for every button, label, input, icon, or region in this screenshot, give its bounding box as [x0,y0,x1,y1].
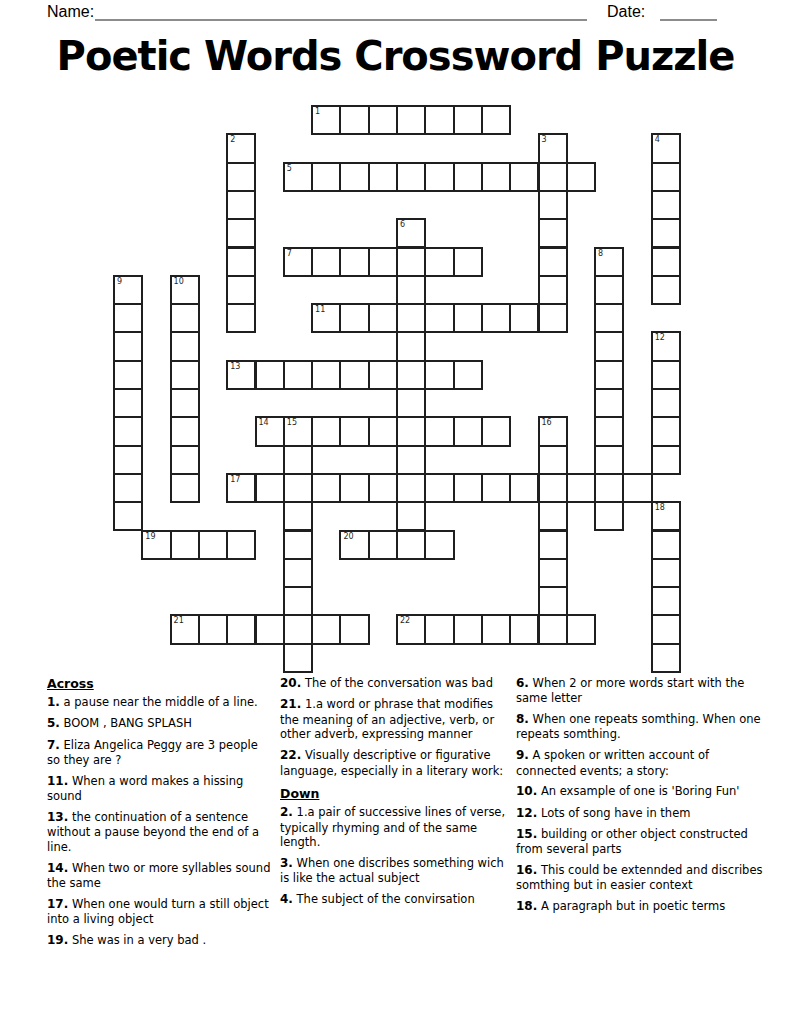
clue-down-15: 15. building or other object constructed… [516,827,768,857]
grid-cell-r7-c8[interactable] [339,303,369,333]
grid-cell-r8-c19[interactable]: 12 [651,331,681,361]
grid-cell-r15-c15[interactable] [538,530,568,560]
grid-cell-r15-c10[interactable] [396,530,426,560]
grid-cell-r2-c16[interactable] [566,162,596,192]
grid-cell-r11-c9[interactable] [368,416,398,446]
date-input-line[interactable] [660,4,717,21]
clue-across-19: 19. She was in a very bad . [47,933,273,948]
grid-cell-r15-c2[interactable] [170,530,200,560]
grid-cell-r12-c0[interactable] [113,445,143,475]
grid-cell-r14-c17[interactable] [594,501,624,531]
clue-down-6: 6. When 2 or more words start with the s… [516,676,768,706]
grid-cell-r13-c5[interactable] [255,473,285,503]
grid-cell-r11-c0[interactable] [113,416,143,446]
grid-cell-r0-c13[interactable] [481,105,511,135]
grid-cell-r5-c11[interactable] [424,247,454,277]
grid-cell-r12-c19[interactable] [651,445,681,475]
clue-number-14: 14. [47,861,68,875]
grid-cell-r9-c8[interactable] [339,360,369,390]
clue-across-5: 5. BOOM , BANG SPLASH [47,716,273,731]
grid-cell-r4-c15[interactable] [538,218,568,248]
grid-cell-r18-c5[interactable] [255,614,285,644]
grid-cell-r15-c11[interactable] [424,530,454,560]
grid-cell-r18-c14[interactable] [509,614,539,644]
grid-cell-r10-c17[interactable] [594,388,624,418]
grid-cell-r11-c19[interactable] [651,416,681,446]
cell-number-7: 7 [287,249,292,259]
grid-cell-r4-c4[interactable] [226,218,256,248]
cell-number-9: 9 [117,277,122,287]
clue-across-13: 13. the continuation of a sentence witho… [47,810,273,855]
grid-cell-r2-c6[interactable]: 5 [283,162,313,192]
grid-cell-r11-c5[interactable]: 14 [255,416,285,446]
grid-cell-r0-c12[interactable] [453,105,483,135]
clues-column-1: Across1. a pause near the middle of a li… [47,676,273,954]
grid-cell-r13-c17[interactable] [594,473,624,503]
grid-cell-r13-c14[interactable] [509,473,539,503]
grid-cell-r18-c4[interactable] [226,614,256,644]
grid-cell-r13-c12[interactable] [453,473,483,503]
grid-cell-r5-c12[interactable] [453,247,483,277]
grid-cell-r5-c9[interactable] [368,247,398,277]
grid-cell-r7-c9[interactable] [368,303,398,333]
grid-cell-r12-c2[interactable] [170,445,200,475]
grid-cell-r19-c6[interactable] [283,643,313,673]
grid-cell-r6-c4[interactable] [226,275,256,305]
grid-cell-r8-c17[interactable] [594,331,624,361]
grid-cell-r7-c13[interactable] [481,303,511,333]
grid-cell-r15-c19[interactable] [651,530,681,560]
grid-cell-r4-c10[interactable]: 6 [396,218,426,248]
clue-number-5: 5. [47,716,60,730]
clue-down-4: 4. The subject of the convirsation [280,892,512,907]
grid-cell-r8-c0[interactable] [113,331,143,361]
crossword-grid: 12345678910111213141516171819202122 [113,105,683,675]
grid-cell-r18-c19[interactable] [651,614,681,644]
grid-cell-r9-c10[interactable] [396,360,426,390]
grid-cell-r7-c15[interactable] [538,303,568,333]
clue-number-18: 18. [516,899,537,913]
grid-cell-r2-c13[interactable] [481,162,511,192]
grid-cell-r7-c14[interactable] [509,303,539,333]
grid-cell-r18-c15[interactable] [538,614,568,644]
grid-cell-r5-c10[interactable] [396,247,426,277]
clue-number-8: 8. [516,712,529,726]
clue-number-4: 4. [280,892,293,906]
grid-cell-r5-c6[interactable]: 7 [283,247,313,277]
grid-cell-r5-c4[interactable] [226,247,256,277]
clue-across-7: 7. Eliza Angelica Peggy are 3 people so … [47,738,273,768]
grid-cell-r18-c8[interactable] [339,614,369,644]
grid-cell-r15-c3[interactable] [198,530,228,560]
grid-cell-r13-c10[interactable] [396,473,426,503]
grid-cell-r7-c12[interactable] [453,303,483,333]
cell-number-3: 3 [542,135,547,145]
clue-number-17: 17. [47,897,68,911]
grid-cell-r9-c6[interactable] [283,360,313,390]
grid-cell-r18-c7[interactable] [311,614,341,644]
grid-cell-r14-c0[interactable] [113,501,143,531]
cell-number-20: 20 [343,532,353,542]
grid-cell-r17-c19[interactable] [651,586,681,616]
grid-cell-r13-c0[interactable] [113,473,143,503]
clue-number-11: 11. [47,774,68,788]
grid-cell-r4-c19[interactable] [651,218,681,248]
grid-cell-r11-c6[interactable]: 15 [283,416,313,446]
down-clues-header: Down [280,786,512,801]
grid-cell-r13-c7[interactable] [311,473,341,503]
grid-cell-r1-c15[interactable]: 3 [538,133,568,163]
cell-number-14: 14 [259,418,269,428]
clue-across-14: 14. When two or more syllables sound the… [47,861,273,891]
grid-cell-r3-c4[interactable] [226,190,256,220]
cell-number-19: 19 [145,532,155,542]
grid-cell-r2-c9[interactable] [368,162,398,192]
grid-cell-r2-c10[interactable] [396,162,426,192]
grid-cell-r14-c10[interactable] [396,501,426,531]
grid-cell-r7-c0[interactable] [113,303,143,333]
grid-cell-r11-c2[interactable] [170,416,200,446]
grid-cell-r11-c8[interactable] [339,416,369,446]
clue-number-21: 21. [280,697,301,711]
grid-cell-r5-c19[interactable] [651,247,681,277]
grid-cell-r6-c15[interactable] [538,275,568,305]
grid-cell-r10-c10[interactable] [396,388,426,418]
grid-cell-r0-c11[interactable] [424,105,454,135]
grid-cell-r2-c4[interactable] [226,162,256,192]
grid-cell-r18-c12[interactable] [453,614,483,644]
grid-cell-r5-c15[interactable] [538,247,568,277]
grid-cell-r10-c0[interactable] [113,388,143,418]
grid-cell-r1-c19[interactable]: 4 [651,133,681,163]
grid-cell-r2-c7[interactable] [311,162,341,192]
clue-across-1: 1. a pause near the middle of a line. [47,695,273,710]
grid-cell-r9-c5[interactable] [255,360,285,390]
clue-down-3: 3. When one discribes something wich is … [280,856,512,886]
clue-number-13: 13. [47,810,68,824]
grid-cell-r17-c15[interactable] [538,586,568,616]
grid-cell-r13-c2[interactable] [170,473,200,503]
grid-cell-r12-c17[interactable] [594,445,624,475]
grid-cell-r6-c10[interactable] [396,275,426,305]
grid-cell-r13-c9[interactable] [368,473,398,503]
grid-cell-r7-c11[interactable] [424,303,454,333]
grid-cell-r11-c15[interactable]: 16 [538,416,568,446]
clue-number-7: 7. [47,738,60,752]
grid-cell-r10-c2[interactable] [170,388,200,418]
clue-across-20: 20. The of the conversation was bad [280,676,512,691]
cell-number-12: 12 [655,333,665,343]
cell-number-11: 11 [315,305,325,315]
grid-cell-r13-c15[interactable] [538,473,568,503]
grid-cell-r16-c6[interactable] [283,558,313,588]
clue-number-2: 2. [280,805,293,819]
cell-number-5: 5 [287,164,292,174]
grid-cell-r18-c13[interactable] [481,614,511,644]
grid-cell-r17-c6[interactable] [283,586,313,616]
cell-number-18: 18 [655,503,665,513]
clue-number-15: 15. [516,827,537,841]
grid-cell-r0-c7[interactable]: 1 [311,105,341,135]
grid-cell-r8-c10[interactable] [396,331,426,361]
grid-cell-r14-c15[interactable] [538,501,568,531]
grid-cell-r16-c19[interactable] [651,558,681,588]
cell-number-22: 22 [400,616,410,626]
grid-cell-r6-c17[interactable] [594,275,624,305]
grid-cell-r15-c1[interactable]: 19 [141,530,171,560]
grid-cell-r5-c17[interactable]: 8 [594,247,624,277]
cell-number-4: 4 [655,135,660,145]
clue-number-16: 16. [516,863,537,877]
grid-cell-r8-c2[interactable] [170,331,200,361]
grid-cell-r11-c17[interactable] [594,416,624,446]
grid-cell-r11-c11[interactable] [424,416,454,446]
grid-cell-r18-c16[interactable] [566,614,596,644]
clue-number-10: 10. [516,784,537,798]
clue-number-3: 3. [280,856,293,870]
grid-cell-r0-c8[interactable] [339,105,369,135]
grid-cell-r18-c3[interactable] [198,614,228,644]
grid-cell-r18-c10[interactable]: 22 [396,614,426,644]
grid-cell-r9-c12[interactable] [453,360,483,390]
grid-cell-r0-c10[interactable] [396,105,426,135]
grid-cell-r16-c15[interactable] [538,558,568,588]
grid-cell-r13-c6[interactable] [283,473,313,503]
grid-cell-r18-c2[interactable]: 21 [170,614,200,644]
grid-cell-r0-c9[interactable] [368,105,398,135]
grid-cell-r2-c12[interactable] [453,162,483,192]
grid-cell-r9-c2[interactable] [170,360,200,390]
clue-number-20: 20. [280,676,301,690]
grid-cell-r11-c12[interactable] [453,416,483,446]
cell-number-15: 15 [287,418,297,428]
grid-cell-r9-c11[interactable] [424,360,454,390]
grid-cell-r5-c8[interactable] [339,247,369,277]
grid-cell-r2-c11[interactable] [424,162,454,192]
cell-number-10: 10 [174,277,184,287]
grid-cell-r15-c6[interactable] [283,530,313,560]
clue-across-21: 21. 1.a word or phrase that modifies the… [280,697,512,742]
cell-number-2: 2 [230,135,235,145]
grid-cell-r2-c8[interactable] [339,162,369,192]
clue-number-9: 9. [516,748,529,762]
clue-number-19: 19. [47,933,68,947]
clue-down-9: 9. A spoken or written account of connec… [516,748,768,778]
clue-down-12: 12. Lots of song have in them [516,806,768,821]
cell-number-6: 6 [400,220,405,230]
clue-down-8: 8. When one repeats somthing. When one r… [516,712,768,742]
grid-cell-r15-c8[interactable]: 20 [339,530,369,560]
grid-cell-r10-c19[interactable] [651,388,681,418]
grid-cell-r6-c2[interactable]: 10 [170,275,200,305]
clue-number-1: 1. [47,695,60,709]
clue-down-10: 10. An exsample of one is 'Boring Fun' [516,784,768,799]
grid-cell-r13-c16[interactable] [566,473,596,503]
cell-number-16: 16 [542,418,552,428]
cell-number-21: 21 [174,616,184,626]
grid-cell-r3-c19[interactable] [651,190,681,220]
grid-cell-r18-c11[interactable] [424,614,454,644]
grid-cell-r6-c19[interactable] [651,275,681,305]
name-label: Name: [47,3,94,21]
grid-cell-r11-c13[interactable] [481,416,511,446]
grid-cell-r15-c4[interactable] [226,530,256,560]
grid-cell-r9-c19[interactable] [651,360,681,390]
name-input-line[interactable] [95,4,587,21]
grid-cell-r9-c17[interactable] [594,360,624,390]
clue-number-22: 22. [280,748,301,762]
grid-cell-r11-c10[interactable] [396,416,426,446]
grid-cell-r12-c15[interactable] [538,445,568,475]
grid-cell-r2-c14[interactable] [509,162,539,192]
cell-number-17: 17 [230,475,240,485]
grid-cell-r13-c4[interactable]: 17 [226,473,256,503]
grid-cell-r7-c4[interactable] [226,303,256,333]
across-clues-header: Across [47,676,273,691]
grid-cell-r5-c7[interactable] [311,247,341,277]
clue-down-2: 2. 1.a pair of successive lines of verse… [280,805,512,850]
grid-cell-r9-c0[interactable] [113,360,143,390]
clue-across-11: 11. When a word makes a hissing sound [47,774,273,804]
grid-cell-r6-c0[interactable]: 9 [113,275,143,305]
grid-cell-r9-c4[interactable]: 13 [226,360,256,390]
grid-cell-r19-c19[interactable] [651,643,681,673]
grid-cell-r2-c19[interactable] [651,162,681,192]
grid-cell-r12-c10[interactable] [396,445,426,475]
grid-cell-r13-c8[interactable] [339,473,369,503]
grid-cell-r7-c17[interactable] [594,303,624,333]
cell-number-13: 13 [230,362,240,372]
clue-down-16: 16. This could be extennded and discribe… [516,863,768,893]
clue-across-22: 22. Visually descriptive or figurative l… [280,748,512,778]
grid-cell-r2-c15[interactable] [538,162,568,192]
grid-cell-r9-c9[interactable] [368,360,398,390]
grid-cell-r13-c11[interactable] [424,473,454,503]
cell-number-1: 1 [315,107,320,117]
clue-across-17: 17. When one would turn a still object i… [47,897,273,927]
grid-cell-r15-c9[interactable] [368,530,398,560]
grid-cell-r12-c6[interactable] [283,445,313,475]
cell-number-8: 8 [598,249,603,259]
grid-cell-r1-c4[interactable]: 2 [226,133,256,163]
clue-number-12: 12. [516,806,537,820]
puzzle-title: Poetic Words Crossword Puzzle [0,33,791,79]
grid-cell-r11-c7[interactable] [311,416,341,446]
grid-cell-r7-c10[interactable] [396,303,426,333]
clues-column-3: 6. When 2 or more words start with the s… [516,676,768,920]
grid-cell-r7-c7[interactable]: 11 [311,303,341,333]
grid-cell-r13-c18[interactable] [622,473,652,503]
grid-cell-r13-c13[interactable] [481,473,511,503]
grid-cell-r18-c6[interactable] [283,614,313,644]
clue-down-18: 18. A paragraph but in poetic terms [516,899,768,914]
grid-cell-r3-c15[interactable] [538,190,568,220]
grid-cell-r14-c6[interactable] [283,501,313,531]
grid-cell-r9-c7[interactable] [311,360,341,390]
clue-number-6: 6. [516,676,529,690]
clues-column-2: 20. The of the conversation was bad21. 1… [280,676,512,913]
grid-cell-r14-c19[interactable]: 18 [651,501,681,531]
grid-cell-r7-c2[interactable] [170,303,200,333]
date-label: Date: [607,3,645,21]
